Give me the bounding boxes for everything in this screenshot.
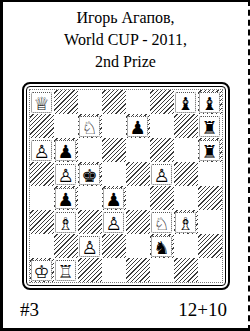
square-c7: ♘ — [78, 114, 102, 138]
square-c4 — [78, 186, 102, 210]
title-event: World CUP - 2011, — [3, 29, 248, 51]
square-h5 — [198, 162, 222, 186]
square-b7 — [54, 114, 78, 138]
square-d7 — [102, 114, 126, 138]
black-rook-h7: ♜ — [199, 116, 220, 137]
square-g1 — [174, 258, 198, 282]
square-g7 — [174, 114, 198, 138]
square-d6 — [102, 138, 126, 162]
black-bishop-g8: ♝ — [175, 92, 196, 113]
square-b5: ♙ — [54, 162, 78, 186]
square-e6 — [126, 138, 150, 162]
square-a2 — [30, 234, 54, 258]
square-d5 — [102, 162, 126, 186]
square-f5: ♙ — [150, 162, 174, 186]
material-count: 12+10 — [178, 299, 227, 321]
black-pawn-d4: ♟ — [103, 188, 124, 209]
square-h4 — [198, 186, 222, 210]
square-a7 — [30, 114, 54, 138]
white-knight-c7: ♘ — [79, 116, 100, 137]
square-h6: ♜ — [198, 138, 222, 162]
square-f2: ♞ — [150, 234, 174, 258]
square-g4 — [174, 186, 198, 210]
square-a3 — [30, 210, 54, 234]
board-frame: ♕♝♝♘♟♜♙♟♜♙♚♙♟♟♗♙♘♗♙♞♔♖ — [22, 82, 230, 290]
square-a1: ♔ — [30, 258, 54, 282]
board-frame-inner: ♕♝♝♘♟♜♙♟♜♙♚♙♟♟♗♙♘♗♙♞♔♖ — [26, 86, 226, 286]
square-b4: ♟ — [54, 186, 78, 210]
white-pawn-f5: ♙ — [151, 164, 172, 185]
square-c3 — [78, 210, 102, 234]
square-f1 — [150, 258, 174, 282]
square-e7: ♟ — [126, 114, 150, 138]
black-bishop-h8: ♝ — [199, 92, 220, 113]
square-b2 — [54, 234, 78, 258]
square-g8: ♝ — [174, 90, 198, 114]
square-b3: ♗ — [54, 210, 78, 234]
white-bishop-g3: ♗ — [175, 212, 196, 233]
square-h1 — [198, 258, 222, 282]
square-d2 — [102, 234, 126, 258]
white-pawn-c2: ♙ — [79, 236, 100, 257]
black-pawn-e7: ♟ — [127, 116, 148, 137]
square-g5 — [174, 162, 198, 186]
square-e2 — [126, 234, 150, 258]
square-f6 — [150, 138, 174, 162]
square-h3 — [198, 210, 222, 234]
title-author: Игорь Агапов, — [3, 7, 248, 29]
black-pawn-b6: ♟ — [55, 140, 76, 161]
square-h2 — [198, 234, 222, 258]
square-c2: ♙ — [78, 234, 102, 258]
black-rook-h6: ♜ — [199, 140, 220, 161]
square-e3 — [126, 210, 150, 234]
black-king-c5: ♚ — [79, 164, 100, 185]
problem-title: Игорь Агапов, World CUP - 2011, 2nd Priz… — [3, 7, 248, 73]
problem-card: Игорь Агапов, World CUP - 2011, 2nd Priz… — [0, 0, 250, 331]
square-c1 — [78, 258, 102, 282]
white-knight-f3: ♘ — [151, 212, 172, 233]
chessboard: ♕♝♝♘♟♜♙♟♜♙♚♙♟♟♗♙♘♗♙♞♔♖ — [29, 89, 223, 283]
title-award: 2nd Prize — [3, 51, 248, 73]
square-b8 — [54, 90, 78, 114]
square-h7: ♜ — [198, 114, 222, 138]
square-f3: ♘ — [150, 210, 174, 234]
caption-row: #3 12+10 — [3, 299, 248, 321]
white-rook-b1: ♖ — [55, 260, 76, 281]
square-d8 — [102, 90, 126, 114]
square-b6: ♟ — [54, 138, 78, 162]
square-e5 — [126, 162, 150, 186]
black-pawn-b4: ♟ — [55, 188, 76, 209]
square-f8 — [150, 90, 174, 114]
white-pawn-a6: ♙ — [31, 140, 52, 161]
square-b1: ♖ — [54, 258, 78, 282]
square-a4 — [30, 186, 54, 210]
square-d1 — [102, 258, 126, 282]
square-e4 — [126, 186, 150, 210]
square-a5 — [30, 162, 54, 186]
black-knight-f2: ♞ — [151, 236, 172, 257]
square-h8: ♝ — [198, 90, 222, 114]
square-d3: ♙ — [102, 210, 126, 234]
stipulation-label: #3 — [20, 299, 39, 321]
square-e1 — [126, 258, 150, 282]
square-g6 — [174, 138, 198, 162]
white-king-a1: ♔ — [31, 260, 52, 281]
square-f4 — [150, 186, 174, 210]
square-a8: ♕ — [30, 90, 54, 114]
square-a6: ♙ — [30, 138, 54, 162]
square-c8 — [78, 90, 102, 114]
white-bishop-b3: ♗ — [55, 212, 76, 233]
square-d4: ♟ — [102, 186, 126, 210]
white-pawn-d3: ♙ — [103, 212, 124, 233]
square-c5: ♚ — [78, 162, 102, 186]
square-g3: ♗ — [174, 210, 198, 234]
square-g2 — [174, 234, 198, 258]
white-queen-a8: ♕ — [31, 92, 52, 113]
square-f7 — [150, 114, 174, 138]
square-c6 — [78, 138, 102, 162]
square-e8 — [126, 90, 150, 114]
white-pawn-b5: ♙ — [55, 164, 76, 185]
